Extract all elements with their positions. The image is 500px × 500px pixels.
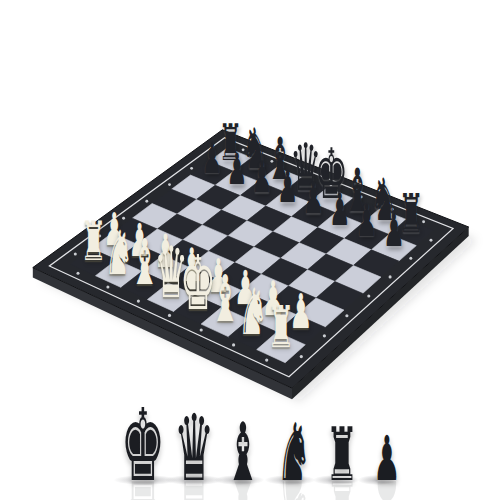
product-photo: ♜♞♝♛♚♝♞♜♟♟♟♟♟♟♟♟♟♟♟♟♟♟♟♟♜♞♝♛♚♝♞♜ ♚♚♛♛♝♝♞…: [0, 0, 500, 500]
lineup-shadow-pawn: [358, 475, 397, 485]
lineup-shadow-knight: [265, 475, 315, 485]
lineup-shadow-bishop: [214, 475, 264, 485]
lineup-shadow-rook: [313, 475, 359, 485]
piece-lineup: ♚♚♛♛♝♝♞♞♜♜♟♟: [0, 0, 500, 500]
